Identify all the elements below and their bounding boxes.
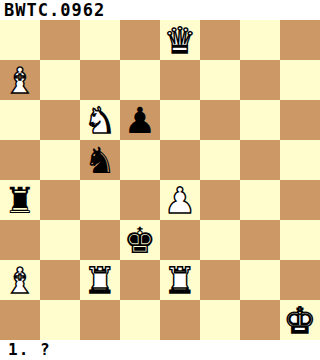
square-g2[interactable] [240,260,280,300]
square-a3[interactable] [0,220,40,260]
piece-white-knight: ♞ [80,100,120,140]
square-c2[interactable]: ♜ [80,260,120,300]
square-b1[interactable] [40,300,80,340]
piece-black-knight: ♞ [80,140,120,180]
status-bar: 1. ? [0,340,320,360]
square-d5[interactable] [120,140,160,180]
square-d6[interactable]: ♟ [120,100,160,140]
square-e5[interactable] [160,140,200,180]
square-e2[interactable]: ♜ [160,260,200,300]
square-d4[interactable] [120,180,160,220]
square-a2[interactable]: ♝ [0,260,40,300]
square-b2[interactable] [40,260,80,300]
square-g8[interactable] [240,20,280,60]
square-h3[interactable] [280,220,320,260]
square-e4[interactable]: ♟ [160,180,200,220]
square-b4[interactable] [40,180,80,220]
piece-white-king: ♚ [280,300,320,340]
square-a7[interactable]: ♝ [0,60,40,100]
piece-white-rook: ♜ [160,260,200,300]
square-e1[interactable] [160,300,200,340]
square-g4[interactable] [240,180,280,220]
square-c1[interactable] [80,300,120,340]
square-e7[interactable] [160,60,200,100]
square-b3[interactable] [40,220,80,260]
piece-white-rook: ♜ [80,260,120,300]
square-e3[interactable] [160,220,200,260]
square-a4[interactable]: ♜ [0,180,40,220]
piece-white-bishop: ♝ [0,260,40,300]
square-f6[interactable] [200,100,240,140]
square-g5[interactable] [240,140,280,180]
square-g3[interactable] [240,220,280,260]
piece-white-queen: ♛ [160,20,200,60]
square-b6[interactable] [40,100,80,140]
square-h6[interactable] [280,100,320,140]
square-c4[interactable] [80,180,120,220]
square-b5[interactable] [40,140,80,180]
square-h7[interactable] [280,60,320,100]
square-a5[interactable] [0,140,40,180]
chess-board: ♛♝♞♟♞♜♟♚♝♜♜♚ [0,20,320,340]
square-e8[interactable]: ♛ [160,20,200,60]
square-f7[interactable] [200,60,240,100]
square-f2[interactable] [200,260,240,300]
square-f4[interactable] [200,180,240,220]
square-b8[interactable] [40,20,80,60]
square-a1[interactable] [0,300,40,340]
square-f3[interactable] [200,220,240,260]
square-f5[interactable] [200,140,240,180]
square-f1[interactable] [200,300,240,340]
piece-black-king: ♚ [120,220,160,260]
square-h2[interactable] [280,260,320,300]
square-c3[interactable] [80,220,120,260]
square-c6[interactable]: ♞ [80,100,120,140]
square-a6[interactable] [0,100,40,140]
square-h4[interactable] [280,180,320,220]
square-d3[interactable]: ♚ [120,220,160,260]
puzzle-id: BWTC.0962 [4,0,105,20]
square-d2[interactable] [120,260,160,300]
square-g1[interactable] [240,300,280,340]
square-b7[interactable] [40,60,80,100]
square-c8[interactable] [80,20,120,60]
piece-black-pawn: ♟ [120,100,160,140]
square-f8[interactable] [200,20,240,60]
square-h1[interactable]: ♚ [280,300,320,340]
square-d8[interactable] [120,20,160,60]
square-h5[interactable] [280,140,320,180]
square-d7[interactable] [120,60,160,100]
title-bar: BWTC.0962 [0,0,320,20]
square-g6[interactable] [240,100,280,140]
square-h8[interactable] [280,20,320,60]
square-e6[interactable] [160,100,200,140]
square-d1[interactable] [120,300,160,340]
square-c5[interactable]: ♞ [80,140,120,180]
piece-white-bishop: ♝ [0,60,40,100]
piece-white-pawn: ♟ [160,180,200,220]
move-prompt: 1. ? [8,340,51,359]
square-a8[interactable] [0,20,40,60]
piece-black-rook: ♜ [0,180,40,220]
square-g7[interactable] [240,60,280,100]
square-c7[interactable] [80,60,120,100]
